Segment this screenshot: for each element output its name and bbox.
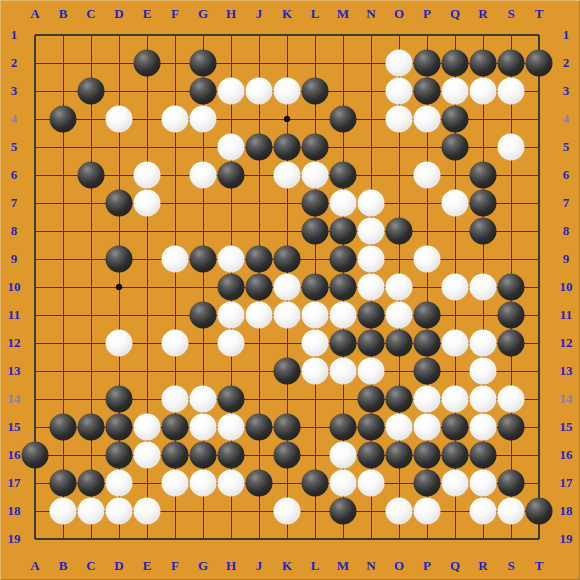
stone-black-N12[interactable] [358,330,385,357]
stone-black-M18[interactable] [330,498,357,525]
stone-black-P12[interactable] [414,330,441,357]
stone-black-T18[interactable] [526,498,553,525]
stone-black-Q2[interactable] [442,50,469,77]
col-label-bottom-J: J [256,558,263,574]
row-label-left-14: 14 [8,391,21,407]
stone-white-H5[interactable] [218,134,245,161]
stone-black-Q5[interactable] [442,134,469,161]
stone-black-P13[interactable] [414,358,441,385]
col-label-top-B: B [59,6,68,22]
stone-black-J15[interactable] [246,414,273,441]
row-label-left-12: 12 [8,335,21,351]
stone-white-O11[interactable] [386,302,413,329]
stone-white-M7[interactable] [330,190,357,217]
stone-white-R13[interactable] [470,358,497,385]
stone-white-S3[interactable] [498,78,525,105]
stone-white-Q3[interactable] [442,78,469,105]
stone-black-M4[interactable] [330,106,357,133]
stone-black-L5[interactable] [302,134,329,161]
stone-white-R14[interactable] [470,386,497,413]
stone-black-S12[interactable] [498,330,525,357]
stone-black-P2[interactable] [414,50,441,77]
stone-white-D12[interactable] [106,330,133,357]
stone-white-D17[interactable] [106,470,133,497]
stone-black-L7[interactable] [302,190,329,217]
col-label-top-E: E [143,6,152,22]
stone-white-C18[interactable] [78,498,105,525]
row-label-right-5: 5 [563,139,570,155]
stone-black-M8[interactable] [330,218,357,245]
row-label-right-13: 13 [560,363,573,379]
stone-black-E2[interactable] [134,50,161,77]
stone-white-F4[interactable] [162,106,189,133]
stone-white-O10[interactable] [386,274,413,301]
stone-black-K5[interactable] [274,134,301,161]
row-label-right-16: 16 [560,447,573,463]
stone-white-K10[interactable] [274,274,301,301]
stone-black-P3[interactable] [414,78,441,105]
stone-white-N13[interactable] [358,358,385,385]
row-label-right-11: 11 [560,307,572,323]
col-label-bottom-M: M [337,558,349,574]
stone-white-D4[interactable] [106,106,133,133]
row-label-right-10: 10 [560,279,573,295]
stone-black-C15[interactable] [78,414,105,441]
row-label-right-9: 9 [563,251,570,267]
row-label-right-1: 1 [563,27,570,43]
stone-white-E6[interactable] [134,162,161,189]
stone-black-D9[interactable] [106,246,133,273]
row-label-left-6: 6 [11,167,18,183]
row-label-left-17: 17 [8,475,21,491]
col-label-bottom-O: O [394,558,404,574]
stone-black-Q4[interactable] [442,106,469,133]
row-label-left-19: 19 [8,531,21,547]
stone-black-P17[interactable] [414,470,441,497]
col-label-bottom-G: G [198,558,208,574]
stone-white-K3[interactable] [274,78,301,105]
row-label-right-8: 8 [563,223,570,239]
stone-black-G3[interactable] [190,78,217,105]
stone-white-N8[interactable] [358,218,385,245]
stone-white-G15[interactable] [190,414,217,441]
col-label-top-P: P [423,6,431,22]
stone-white-F17[interactable] [162,470,189,497]
stone-black-B17[interactable] [50,470,77,497]
col-label-top-T: T [535,6,544,22]
col-label-top-D: D [114,6,123,22]
col-label-bottom-D: D [114,558,123,574]
stone-white-N10[interactable] [358,274,385,301]
stone-black-J17[interactable] [246,470,273,497]
col-label-bottom-L: L [311,558,320,574]
row-label-left-8: 8 [11,223,18,239]
col-label-top-R: R [478,6,487,22]
stone-black-G16[interactable] [190,442,217,469]
col-label-bottom-H: H [226,558,236,574]
stone-black-K13[interactable] [274,358,301,385]
stone-white-N7[interactable] [358,190,385,217]
stone-black-H16[interactable] [218,442,245,469]
stone-white-J3[interactable] [246,78,273,105]
stone-white-G17[interactable] [190,470,217,497]
stone-white-E18[interactable] [134,498,161,525]
stone-black-L10[interactable] [302,274,329,301]
stone-black-C17[interactable] [78,470,105,497]
row-label-left-18: 18 [8,503,21,519]
stone-black-S17[interactable] [498,470,525,497]
stone-white-E15[interactable] [134,414,161,441]
row-label-right-14: 14 [560,391,573,407]
stone-white-M13[interactable] [330,358,357,385]
row-label-left-16: 16 [8,447,21,463]
stone-white-G14[interactable] [190,386,217,413]
stone-black-B15[interactable] [50,414,77,441]
stone-black-R7[interactable] [470,190,497,217]
col-label-bottom-N: N [366,558,375,574]
stone-white-Q14[interactable] [442,386,469,413]
stone-white-L13[interactable] [302,358,329,385]
stone-black-D7[interactable] [106,190,133,217]
row-label-left-15: 15 [8,419,21,435]
stone-black-J5[interactable] [246,134,273,161]
stone-white-P14[interactable] [414,386,441,413]
stone-black-R8[interactable] [470,218,497,245]
col-label-bottom-A: A [30,558,39,574]
col-label-bottom-B: B [59,558,68,574]
row-label-left-5: 5 [11,139,18,155]
row-label-left-10: 10 [8,279,21,295]
stone-black-N16[interactable] [358,442,385,469]
stone-white-G6[interactable] [190,162,217,189]
stone-white-M11[interactable] [330,302,357,329]
col-label-top-F: F [171,6,179,22]
stone-black-M6[interactable] [330,162,357,189]
row-label-right-3: 3 [563,83,570,99]
stone-black-M15[interactable] [330,414,357,441]
stone-white-Q17[interactable] [442,470,469,497]
stone-black-J10[interactable] [246,274,273,301]
row-label-right-6: 6 [563,167,570,183]
stone-black-B4[interactable] [50,106,77,133]
stone-black-O12[interactable] [386,330,413,357]
stone-black-H14[interactable] [218,386,245,413]
col-label-top-O: O [394,6,404,22]
stone-white-H15[interactable] [218,414,245,441]
stone-white-P15[interactable] [414,414,441,441]
row-label-left-4: 4 [11,111,18,127]
row-label-right-19: 19 [560,531,573,547]
stone-black-R6[interactable] [470,162,497,189]
stone-white-K18[interactable] [274,498,301,525]
stone-black-O14[interactable] [386,386,413,413]
row-label-right-4: 4 [563,111,570,127]
stone-white-H11[interactable] [218,302,245,329]
stone-black-N11[interactable] [358,302,385,329]
col-label-top-A: A [30,6,39,22]
col-label-bottom-Q: Q [450,558,460,574]
stone-black-M12[interactable] [330,330,357,357]
stone-black-N15[interactable] [358,414,385,441]
go-board-app: AABBCCDDEEFFGGHHJJKKLLMMNNOOPPQQRRSSTT11… [0,0,580,580]
row-label-left-3: 3 [11,83,18,99]
stone-white-H17[interactable] [218,470,245,497]
stone-black-P11[interactable] [414,302,441,329]
stone-black-D14[interactable] [106,386,133,413]
stone-white-H9[interactable] [218,246,245,273]
stone-white-O2[interactable] [386,50,413,77]
col-label-top-H: H [226,6,236,22]
stone-white-M17[interactable] [330,470,357,497]
stone-white-P18[interactable] [414,498,441,525]
stone-black-S11[interactable] [498,302,525,329]
stone-white-D18[interactable] [106,498,133,525]
row-label-left-7: 7 [11,195,18,211]
stone-black-C3[interactable] [78,78,105,105]
stone-black-M9[interactable] [330,246,357,273]
row-label-right-17: 17 [560,475,573,491]
stone-white-Q10[interactable] [442,274,469,301]
stone-white-F9[interactable] [162,246,189,273]
stone-white-J11[interactable] [246,302,273,329]
row-label-right-12: 12 [560,335,573,351]
stone-black-K15[interactable] [274,414,301,441]
stone-black-L17[interactable] [302,470,329,497]
stone-black-H6[interactable] [218,162,245,189]
col-label-bottom-F: F [171,558,179,574]
col-label-bottom-S: S [507,558,514,574]
stone-white-R18[interactable] [470,498,497,525]
stone-black-F15[interactable] [162,414,189,441]
stone-white-O15[interactable] [386,414,413,441]
stone-black-G11[interactable] [190,302,217,329]
stone-white-K11[interactable] [274,302,301,329]
stone-black-R16[interactable] [470,442,497,469]
stone-black-D16[interactable] [106,442,133,469]
col-label-bottom-T: T [535,558,544,574]
stone-black-C6[interactable] [78,162,105,189]
stone-white-B18[interactable] [50,498,77,525]
col-label-bottom-R: R [478,558,487,574]
stone-black-A16[interactable] [22,442,49,469]
stone-black-G9[interactable] [190,246,217,273]
stone-white-E16[interactable] [134,442,161,469]
stone-white-S5[interactable] [498,134,525,161]
stone-black-K16[interactable] [274,442,301,469]
col-label-top-G: G [198,6,208,22]
col-label-bottom-C: C [86,558,95,574]
row-label-right-18: 18 [560,503,573,519]
stone-white-K6[interactable] [274,162,301,189]
stone-white-R12[interactable] [470,330,497,357]
stone-white-R3[interactable] [470,78,497,105]
stone-white-N17[interactable] [358,470,385,497]
row-label-right-15: 15 [560,419,573,435]
stone-black-Q16[interactable] [442,442,469,469]
row-label-left-1: 1 [11,27,18,43]
stone-black-T2[interactable] [526,50,553,77]
col-label-top-S: S [507,6,514,22]
stone-white-R10[interactable] [470,274,497,301]
stone-black-O16[interactable] [386,442,413,469]
stone-white-P4[interactable] [414,106,441,133]
stone-black-H10[interactable] [218,274,245,301]
stone-white-E7[interactable] [134,190,161,217]
col-label-bottom-K: K [282,558,292,574]
stone-white-Q7[interactable] [442,190,469,217]
stone-white-N9[interactable] [358,246,385,273]
stone-white-H3[interactable] [218,78,245,105]
stone-black-P16[interactable] [414,442,441,469]
stone-black-L3[interactable] [302,78,329,105]
stone-black-L8[interactable] [302,218,329,245]
col-label-top-M: M [337,6,349,22]
stone-white-P6[interactable] [414,162,441,189]
stone-black-M10[interactable] [330,274,357,301]
stone-black-J9[interactable] [246,246,273,273]
col-label-top-N: N [366,6,375,22]
stone-black-R2[interactable] [470,50,497,77]
star-point-D10 [116,284,122,290]
row-label-left-13: 13 [8,363,21,379]
stone-white-S18[interactable] [498,498,525,525]
stone-white-L6[interactable] [302,162,329,189]
stone-white-O4[interactable] [386,106,413,133]
stone-white-P9[interactable] [414,246,441,273]
col-label-top-L: L [311,6,320,22]
col-label-top-Q: Q [450,6,460,22]
star-point-K4 [284,116,290,122]
row-label-left-9: 9 [11,251,18,267]
stone-black-K9[interactable] [274,246,301,273]
col-label-bottom-E: E [143,558,152,574]
stone-black-G2[interactable] [190,50,217,77]
stone-white-F14[interactable] [162,386,189,413]
stone-white-F12[interactable] [162,330,189,357]
stone-white-Q12[interactable] [442,330,469,357]
col-label-bottom-P: P [423,558,431,574]
stone-white-O3[interactable] [386,78,413,105]
stone-white-L12[interactable] [302,330,329,357]
stone-black-O8[interactable] [386,218,413,245]
stone-black-F16[interactable] [162,442,189,469]
stone-white-H12[interactable] [218,330,245,357]
col-label-top-C: C [86,6,95,22]
stone-black-Q15[interactable] [442,414,469,441]
stone-black-D15[interactable] [106,414,133,441]
col-label-top-J: J [256,6,263,22]
stone-black-S15[interactable] [498,414,525,441]
stone-white-R17[interactable] [470,470,497,497]
stone-white-O18[interactable] [386,498,413,525]
stone-black-S10[interactable] [498,274,525,301]
stone-white-R15[interactable] [470,414,497,441]
stone-white-S14[interactable] [498,386,525,413]
row-label-left-2: 2 [11,55,18,71]
stone-white-G4[interactable] [190,106,217,133]
row-label-right-2: 2 [563,55,570,71]
stone-black-S2[interactable] [498,50,525,77]
row-label-left-11: 11 [8,307,20,323]
stone-white-L11[interactable] [302,302,329,329]
stone-black-N14[interactable] [358,386,385,413]
col-label-top-K: K [282,6,292,22]
stone-white-M16[interactable] [330,442,357,469]
row-label-right-7: 7 [563,195,570,211]
